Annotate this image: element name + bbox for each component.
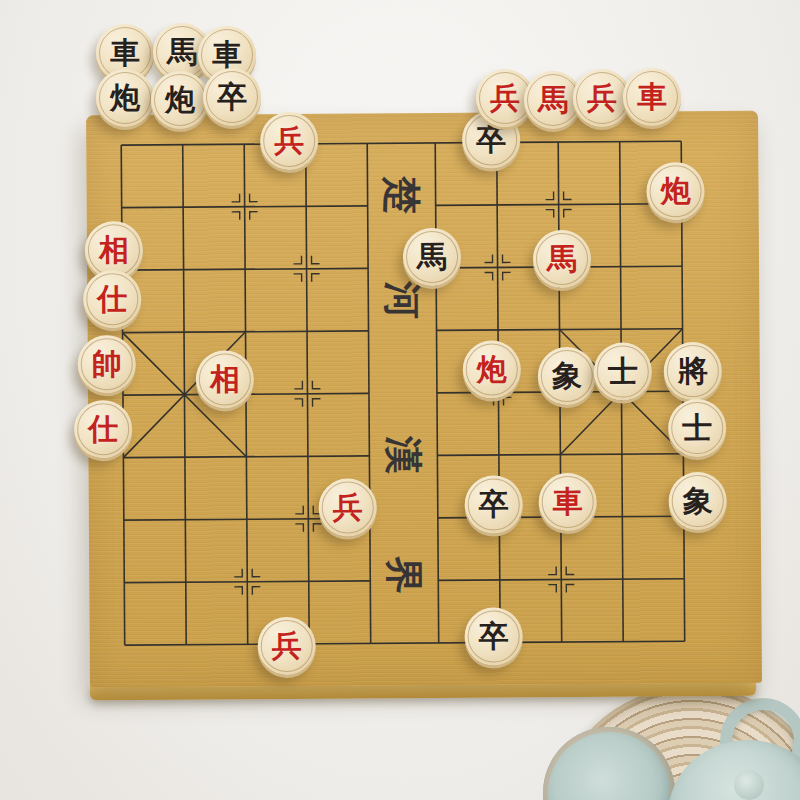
celadon-teapot	[668, 712, 800, 800]
piece-red-cannon[interactable]: 炮	[463, 340, 521, 398]
river-character: 河	[380, 278, 424, 322]
teapot-lid-knob	[734, 770, 764, 800]
river-character: 界	[382, 553, 426, 597]
piece-red-advisor[interactable]: 仕	[74, 400, 132, 458]
teapot-body	[668, 740, 800, 800]
piece-black-elephant[interactable]: 象	[669, 472, 727, 530]
piece-red-cannon[interactable]: 炮	[646, 162, 704, 220]
piece-red-soldier[interactable]: 兵	[258, 617, 316, 675]
photo-scene: 楚河漢界 相仕帥仕相兵兵兵炮炮馬車馬卒卒卒象士將士象 車馬車炮炮卒 兵馬兵車	[0, 0, 800, 800]
piece-black-horse[interactable]: 馬	[403, 228, 461, 286]
piece-red-soldier[interactable]: 兵	[260, 112, 318, 170]
piece-red-advisor[interactable]: 仕	[83, 270, 141, 328]
piece-red-chariot[interactable]: 車	[623, 68, 681, 126]
piece-red-elephant[interactable]: 相	[196, 350, 254, 408]
piece-black-soldier[interactable]: 卒	[464, 607, 522, 665]
piece-black-advisor[interactable]: 士	[668, 399, 726, 457]
piece-red-soldier[interactable]: 兵	[319, 478, 377, 536]
piece-red-general[interactable]: 帥	[78, 335, 136, 393]
piece-black-advisor[interactable]: 士	[594, 342, 652, 400]
piece-black-soldier[interactable]: 卒	[203, 68, 261, 126]
xiangqi-board[interactable]: 楚河漢界 相仕帥仕相兵兵兵炮炮馬車馬卒卒卒象士將士象	[86, 111, 762, 688]
piece-black-elephant[interactable]: 象	[538, 347, 596, 405]
river-character: 楚	[379, 173, 423, 217]
piece-black-cannon[interactable]: 炮	[151, 71, 209, 129]
river-character: 漢	[381, 433, 425, 477]
piece-red-horse[interactable]: 馬	[533, 230, 591, 288]
piece-black-general[interactable]: 將	[664, 342, 722, 400]
piece-red-chariot[interactable]: 車	[539, 473, 597, 531]
piece-black-soldier[interactable]: 卒	[465, 475, 523, 533]
piece-black-cannon[interactable]: 炮	[96, 69, 154, 127]
